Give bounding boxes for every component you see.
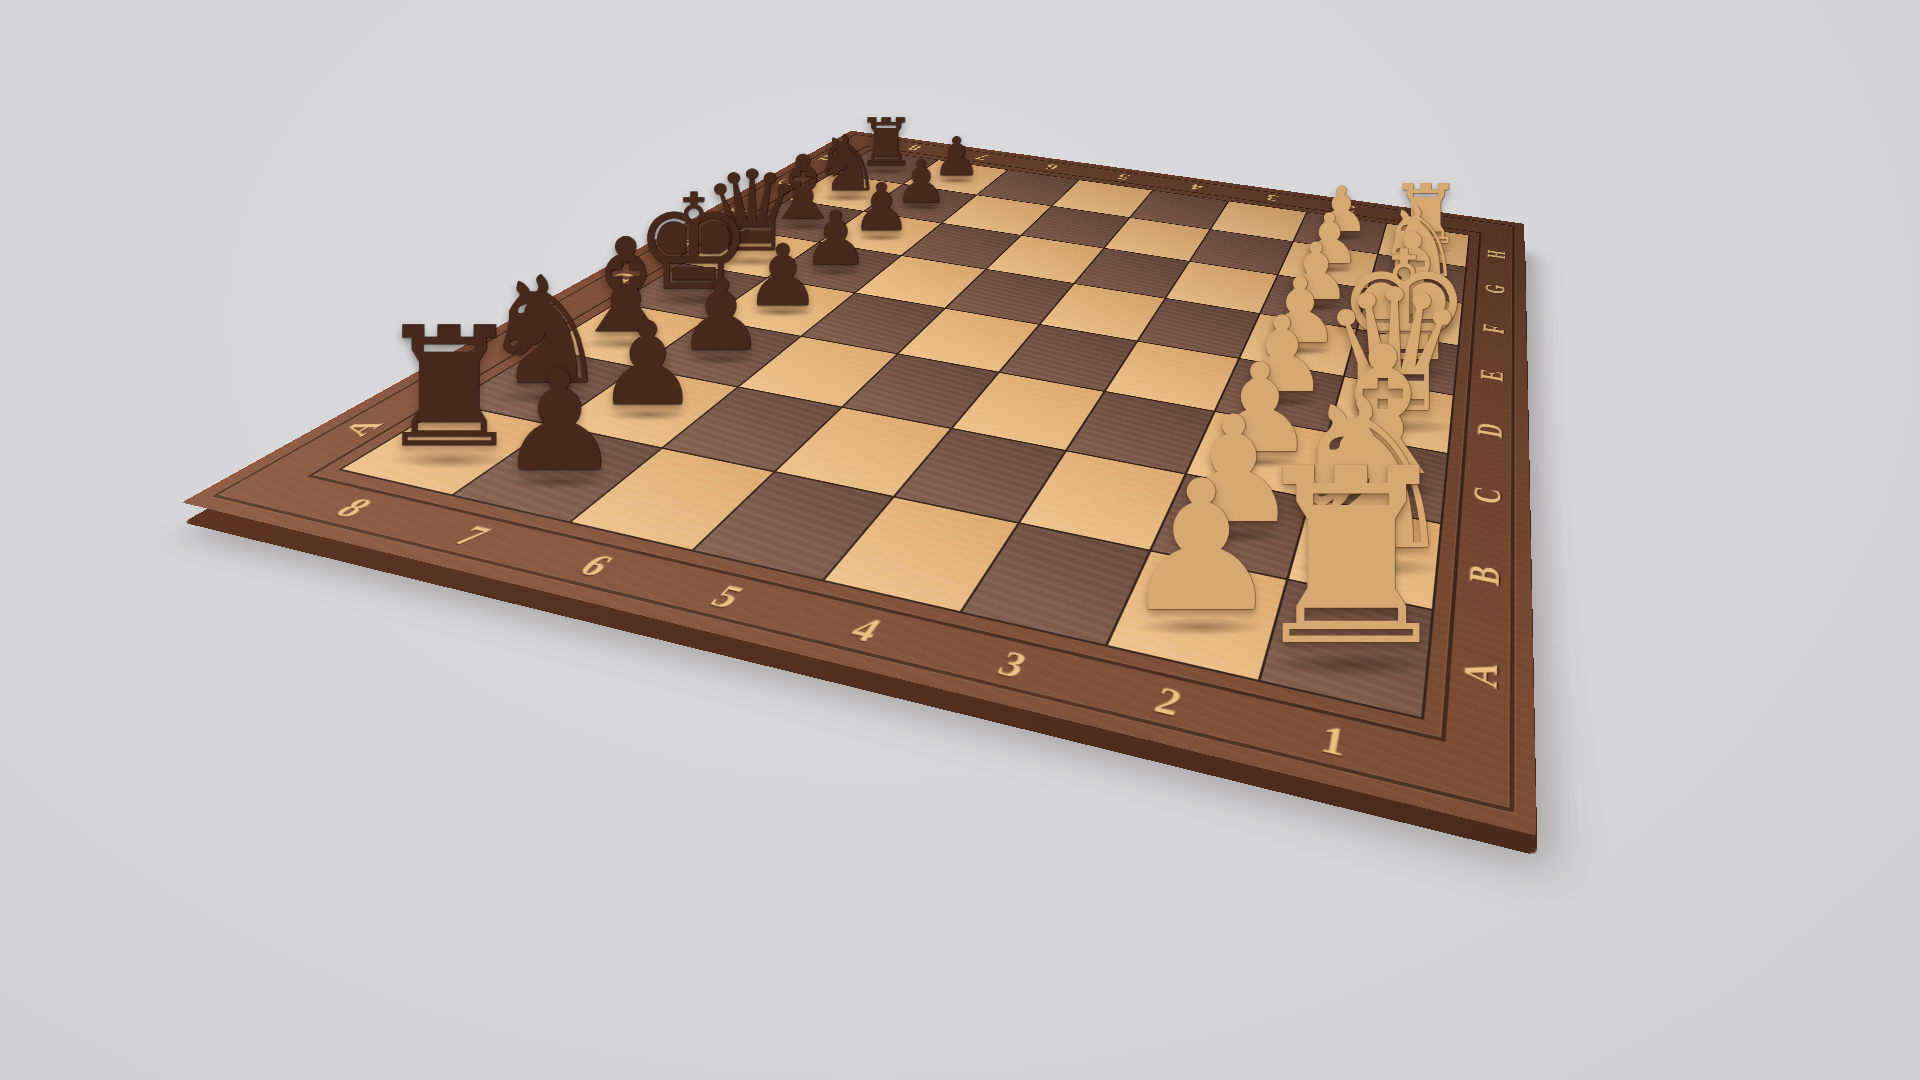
rank-label-left-7: 7	[425, 514, 518, 559]
file-label-bottom-d: D	[1466, 415, 1514, 447]
file-label-bottom-b: B	[1455, 552, 1513, 598]
file-label-bottom-g: G	[1476, 279, 1513, 299]
file-label-bottom-e: E	[1470, 362, 1514, 389]
scene: AA88BB77CC66DD55EE44FF33GG22HH11 ♜♞♝♚♛♝♞…	[0, 0, 1920, 1080]
rank-label-right-3: 3	[1254, 191, 1290, 205]
file-label-bottom-h: H	[1479, 246, 1514, 264]
rank-label-left-2: 2	[1127, 671, 1207, 733]
piece-black-pawn-a7[interactable]: ♟	[498, 353, 621, 490]
rank-label-left-1: 1	[1295, 708, 1371, 775]
file-label-bottom-c: C	[1461, 477, 1513, 515]
rank-label-left-5: 5	[682, 572, 771, 623]
rank-label-right-5: 5	[1104, 170, 1141, 183]
piece-white-rook-a1[interactable]: ♜	[1242, 436, 1460, 679]
rank-label-left-8: 8	[306, 487, 400, 529]
rank-label-left-3: 3	[970, 636, 1054, 694]
rank-label-right-6: 6	[1033, 161, 1071, 174]
black-pawn-icon: ♟	[498, 353, 621, 490]
file-label-bottom-f: F	[1473, 318, 1513, 341]
rank-label-left-6: 6	[550, 542, 641, 590]
white-rook-icon: ♜	[1242, 436, 1460, 679]
rank-label-left-4: 4	[822, 603, 909, 657]
rank-label-right-4: 4	[1178, 180, 1215, 194]
